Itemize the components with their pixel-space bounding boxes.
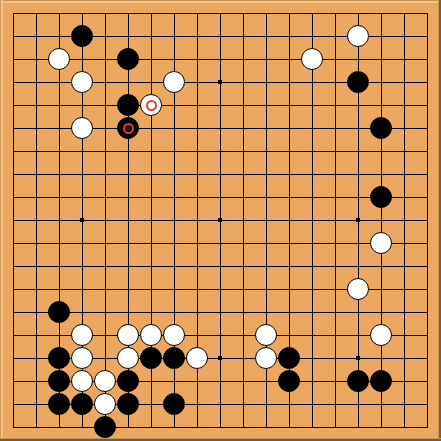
intersection-10-7[interactable] <box>209 140 232 163</box>
intersection-17-17[interactable] <box>370 370 393 393</box>
intersection-14-6[interactable] <box>301 117 324 140</box>
intersection-10-19[interactable] <box>209 416 232 439</box>
intersection-1-16[interactable] <box>2 347 25 370</box>
intersection-6-9[interactable] <box>117 186 140 209</box>
intersection-6-5[interactable] <box>117 94 140 117</box>
intersection-13-12[interactable] <box>278 255 301 278</box>
intersection-7-15[interactable] <box>140 324 163 347</box>
intersection-8-4[interactable] <box>163 71 186 94</box>
intersection-19-14[interactable] <box>416 301 439 324</box>
intersection-9-16[interactable] <box>186 347 209 370</box>
intersection-2-12[interactable] <box>25 255 48 278</box>
intersection-13-8[interactable] <box>278 163 301 186</box>
intersection-18-10[interactable] <box>393 209 416 232</box>
intersection-6-7[interactable] <box>117 140 140 163</box>
intersection-17-12[interactable] <box>370 255 393 278</box>
intersection-10-11[interactable] <box>209 232 232 255</box>
intersection-18-19[interactable] <box>393 416 416 439</box>
intersection-16-2[interactable] <box>347 25 370 48</box>
intersection-17-18[interactable] <box>370 393 393 416</box>
intersection-17-13[interactable] <box>370 278 393 301</box>
intersection-2-9[interactable] <box>25 186 48 209</box>
intersection-11-15[interactable] <box>232 324 255 347</box>
intersection-9-3[interactable] <box>186 48 209 71</box>
intersection-11-13[interactable] <box>232 278 255 301</box>
intersection-1-11[interactable] <box>2 232 25 255</box>
intersection-17-16[interactable] <box>370 347 393 370</box>
intersection-9-18[interactable] <box>186 393 209 416</box>
intersection-13-2[interactable] <box>278 25 301 48</box>
intersection-4-3[interactable] <box>71 48 94 71</box>
intersection-5-18[interactable] <box>94 393 117 416</box>
intersection-1-6[interactable] <box>2 117 25 140</box>
intersection-15-8[interactable] <box>324 163 347 186</box>
intersection-9-12[interactable] <box>186 255 209 278</box>
intersection-11-14[interactable] <box>232 301 255 324</box>
intersection-6-2[interactable] <box>117 25 140 48</box>
intersection-11-18[interactable] <box>232 393 255 416</box>
intersection-8-3[interactable] <box>163 48 186 71</box>
intersection-5-10[interactable] <box>94 209 117 232</box>
intersection-1-4[interactable] <box>2 71 25 94</box>
intersection-1-17[interactable] <box>2 370 25 393</box>
intersection-15-7[interactable] <box>324 140 347 163</box>
intersection-16-19[interactable] <box>347 416 370 439</box>
intersection-16-8[interactable] <box>347 163 370 186</box>
intersection-9-4[interactable] <box>186 71 209 94</box>
intersection-13-15[interactable] <box>278 324 301 347</box>
intersection-19-18[interactable] <box>416 393 439 416</box>
intersection-17-19[interactable] <box>370 416 393 439</box>
intersection-8-18[interactable] <box>163 393 186 416</box>
intersection-5-4[interactable] <box>94 71 117 94</box>
intersection-16-18[interactable] <box>347 393 370 416</box>
intersection-17-1[interactable] <box>370 2 393 25</box>
intersection-3-9[interactable] <box>48 186 71 209</box>
intersection-13-18[interactable] <box>278 393 301 416</box>
intersection-18-3[interactable] <box>393 48 416 71</box>
intersection-7-5[interactable] <box>140 94 163 117</box>
intersection-8-6[interactable] <box>163 117 186 140</box>
intersection-15-17[interactable] <box>324 370 347 393</box>
intersection-16-1[interactable] <box>347 2 370 25</box>
intersection-13-5[interactable] <box>278 94 301 117</box>
intersection-15-2[interactable] <box>324 25 347 48</box>
intersection-6-10[interactable] <box>117 209 140 232</box>
intersection-7-8[interactable] <box>140 163 163 186</box>
intersection-12-7[interactable] <box>255 140 278 163</box>
intersection-6-14[interactable] <box>117 301 140 324</box>
intersection-15-11[interactable] <box>324 232 347 255</box>
intersection-11-6[interactable] <box>232 117 255 140</box>
intersection-9-19[interactable] <box>186 416 209 439</box>
intersection-11-10[interactable] <box>232 209 255 232</box>
intersection-15-13[interactable] <box>324 278 347 301</box>
intersection-2-1[interactable] <box>25 2 48 25</box>
intersection-9-10[interactable] <box>186 209 209 232</box>
intersection-7-2[interactable] <box>140 25 163 48</box>
intersection-5-1[interactable] <box>94 2 117 25</box>
intersection-2-6[interactable] <box>25 117 48 140</box>
intersection-10-8[interactable] <box>209 163 232 186</box>
intersection-14-17[interactable] <box>301 370 324 393</box>
intersection-6-18[interactable] <box>117 393 140 416</box>
intersection-3-5[interactable] <box>48 94 71 117</box>
intersection-13-17[interactable] <box>278 370 301 393</box>
intersection-4-2[interactable] <box>71 25 94 48</box>
intersection-18-14[interactable] <box>393 301 416 324</box>
intersection-10-4[interactable] <box>209 71 232 94</box>
intersection-10-6[interactable] <box>209 117 232 140</box>
intersection-16-11[interactable] <box>347 232 370 255</box>
intersection-1-14[interactable] <box>2 301 25 324</box>
intersection-8-5[interactable] <box>163 94 186 117</box>
intersection-17-10[interactable] <box>370 209 393 232</box>
intersection-14-8[interactable] <box>301 163 324 186</box>
intersection-18-11[interactable] <box>393 232 416 255</box>
intersection-14-7[interactable] <box>301 140 324 163</box>
intersection-7-19[interactable] <box>140 416 163 439</box>
intersection-10-1[interactable] <box>209 2 232 25</box>
intersection-4-18[interactable] <box>71 393 94 416</box>
intersection-6-12[interactable] <box>117 255 140 278</box>
intersection-1-7[interactable] <box>2 140 25 163</box>
intersection-11-3[interactable] <box>232 48 255 71</box>
intersection-8-11[interactable] <box>163 232 186 255</box>
intersection-15-1[interactable] <box>324 2 347 25</box>
intersection-5-19[interactable] <box>94 416 117 439</box>
intersection-14-12[interactable] <box>301 255 324 278</box>
intersection-2-4[interactable] <box>25 71 48 94</box>
intersection-9-11[interactable] <box>186 232 209 255</box>
intersection-12-2[interactable] <box>255 25 278 48</box>
intersection-18-7[interactable] <box>393 140 416 163</box>
intersection-19-6[interactable] <box>416 117 439 140</box>
intersection-15-16[interactable] <box>324 347 347 370</box>
intersection-15-4[interactable] <box>324 71 347 94</box>
intersection-19-9[interactable] <box>416 186 439 209</box>
intersection-7-14[interactable] <box>140 301 163 324</box>
intersection-10-2[interactable] <box>209 25 232 48</box>
intersection-18-4[interactable] <box>393 71 416 94</box>
intersection-8-1[interactable] <box>163 2 186 25</box>
intersection-10-3[interactable] <box>209 48 232 71</box>
intersection-15-18[interactable] <box>324 393 347 416</box>
intersection-2-13[interactable] <box>25 278 48 301</box>
intersection-11-5[interactable] <box>232 94 255 117</box>
intersection-12-5[interactable] <box>255 94 278 117</box>
intersection-19-1[interactable] <box>416 2 439 25</box>
intersection-3-4[interactable] <box>48 71 71 94</box>
intersection-12-10[interactable] <box>255 209 278 232</box>
intersection-18-5[interactable] <box>393 94 416 117</box>
intersection-14-10[interactable] <box>301 209 324 232</box>
intersection-9-2[interactable] <box>186 25 209 48</box>
intersection-18-1[interactable] <box>393 2 416 25</box>
intersection-11-9[interactable] <box>232 186 255 209</box>
intersection-1-3[interactable] <box>2 48 25 71</box>
intersection-5-13[interactable] <box>94 278 117 301</box>
intersection-13-4[interactable] <box>278 71 301 94</box>
intersection-13-6[interactable] <box>278 117 301 140</box>
intersection-11-19[interactable] <box>232 416 255 439</box>
intersection-5-17[interactable] <box>94 370 117 393</box>
intersection-8-14[interactable] <box>163 301 186 324</box>
intersection-6-4[interactable] <box>117 71 140 94</box>
intersection-17-11[interactable] <box>370 232 393 255</box>
intersection-10-5[interactable] <box>209 94 232 117</box>
intersection-16-12[interactable] <box>347 255 370 278</box>
intersection-9-9[interactable] <box>186 186 209 209</box>
intersection-3-14[interactable] <box>48 301 71 324</box>
intersection-6-19[interactable] <box>117 416 140 439</box>
intersection-15-9[interactable] <box>324 186 347 209</box>
intersection-1-5[interactable] <box>2 94 25 117</box>
intersection-12-19[interactable] <box>255 416 278 439</box>
intersection-19-5[interactable] <box>416 94 439 117</box>
intersection-3-10[interactable] <box>48 209 71 232</box>
intersection-7-17[interactable] <box>140 370 163 393</box>
intersection-3-1[interactable] <box>48 2 71 25</box>
intersection-17-8[interactable] <box>370 163 393 186</box>
intersection-12-1[interactable] <box>255 2 278 25</box>
intersection-5-8[interactable] <box>94 163 117 186</box>
intersection-19-12[interactable] <box>416 255 439 278</box>
intersection-7-6[interactable] <box>140 117 163 140</box>
intersection-19-7[interactable] <box>416 140 439 163</box>
intersection-13-16[interactable] <box>278 347 301 370</box>
intersection-2-5[interactable] <box>25 94 48 117</box>
intersection-17-5[interactable] <box>370 94 393 117</box>
intersection-6-6[interactable] <box>117 117 140 140</box>
intersection-11-17[interactable] <box>232 370 255 393</box>
intersection-7-1[interactable] <box>140 2 163 25</box>
intersection-15-6[interactable] <box>324 117 347 140</box>
intersection-14-13[interactable] <box>301 278 324 301</box>
intersection-19-13[interactable] <box>416 278 439 301</box>
intersection-16-6[interactable] <box>347 117 370 140</box>
intersection-16-17[interactable] <box>347 370 370 393</box>
intersection-19-11[interactable] <box>416 232 439 255</box>
intersection-7-12[interactable] <box>140 255 163 278</box>
intersection-14-18[interactable] <box>301 393 324 416</box>
intersection-12-13[interactable] <box>255 278 278 301</box>
intersection-4-1[interactable] <box>71 2 94 25</box>
intersection-16-9[interactable] <box>347 186 370 209</box>
intersection-10-15[interactable] <box>209 324 232 347</box>
intersection-9-1[interactable] <box>186 2 209 25</box>
intersection-11-11[interactable] <box>232 232 255 255</box>
intersection-16-14[interactable] <box>347 301 370 324</box>
intersection-4-6[interactable] <box>71 117 94 140</box>
intersection-17-3[interactable] <box>370 48 393 71</box>
intersection-2-19[interactable] <box>25 416 48 439</box>
intersection-12-16[interactable] <box>255 347 278 370</box>
intersection-16-16[interactable] <box>347 347 370 370</box>
intersection-6-13[interactable] <box>117 278 140 301</box>
intersection-2-3[interactable] <box>25 48 48 71</box>
intersection-1-2[interactable] <box>2 25 25 48</box>
intersection-10-16[interactable] <box>209 347 232 370</box>
intersection-19-4[interactable] <box>416 71 439 94</box>
intersection-12-3[interactable] <box>255 48 278 71</box>
intersection-12-9[interactable] <box>255 186 278 209</box>
intersection-6-11[interactable] <box>117 232 140 255</box>
intersection-14-16[interactable] <box>301 347 324 370</box>
intersection-18-16[interactable] <box>393 347 416 370</box>
intersection-1-9[interactable] <box>2 186 25 209</box>
intersection-5-16[interactable] <box>94 347 117 370</box>
intersection-8-12[interactable] <box>163 255 186 278</box>
intersection-2-10[interactable] <box>25 209 48 232</box>
intersection-2-15[interactable] <box>25 324 48 347</box>
intersection-3-8[interactable] <box>48 163 71 186</box>
intersection-16-7[interactable] <box>347 140 370 163</box>
intersection-13-14[interactable] <box>278 301 301 324</box>
intersection-15-12[interactable] <box>324 255 347 278</box>
intersection-9-14[interactable] <box>186 301 209 324</box>
intersection-8-15[interactable] <box>163 324 186 347</box>
intersection-19-16[interactable] <box>416 347 439 370</box>
intersection-7-18[interactable] <box>140 393 163 416</box>
intersection-9-6[interactable] <box>186 117 209 140</box>
intersection-6-3[interactable] <box>117 48 140 71</box>
intersection-7-7[interactable] <box>140 140 163 163</box>
intersection-4-12[interactable] <box>71 255 94 278</box>
intersection-8-2[interactable] <box>163 25 186 48</box>
intersection-12-4[interactable] <box>255 71 278 94</box>
intersection-15-3[interactable] <box>324 48 347 71</box>
intersection-17-2[interactable] <box>370 25 393 48</box>
intersection-7-11[interactable] <box>140 232 163 255</box>
intersection-8-10[interactable] <box>163 209 186 232</box>
intersection-8-9[interactable] <box>163 186 186 209</box>
intersection-4-19[interactable] <box>71 416 94 439</box>
intersection-3-19[interactable] <box>48 416 71 439</box>
intersection-15-5[interactable] <box>324 94 347 117</box>
intersection-4-7[interactable] <box>71 140 94 163</box>
intersection-19-8[interactable] <box>416 163 439 186</box>
intersection-4-8[interactable] <box>71 163 94 186</box>
intersection-7-3[interactable] <box>140 48 163 71</box>
intersection-16-15[interactable] <box>347 324 370 347</box>
intersection-4-14[interactable] <box>71 301 94 324</box>
intersection-15-14[interactable] <box>324 301 347 324</box>
intersection-12-17[interactable] <box>255 370 278 393</box>
intersection-9-13[interactable] <box>186 278 209 301</box>
intersection-14-1[interactable] <box>301 2 324 25</box>
intersection-2-8[interactable] <box>25 163 48 186</box>
intersection-14-11[interactable] <box>301 232 324 255</box>
intersection-6-8[interactable] <box>117 163 140 186</box>
intersection-4-15[interactable] <box>71 324 94 347</box>
intersection-14-9[interactable] <box>301 186 324 209</box>
intersection-12-11[interactable] <box>255 232 278 255</box>
intersection-5-6[interactable] <box>94 117 117 140</box>
intersection-3-7[interactable] <box>48 140 71 163</box>
intersection-1-10[interactable] <box>2 209 25 232</box>
intersection-12-18[interactable] <box>255 393 278 416</box>
intersection-13-7[interactable] <box>278 140 301 163</box>
intersection-19-17[interactable] <box>416 370 439 393</box>
intersection-2-14[interactable] <box>25 301 48 324</box>
intersection-15-19[interactable] <box>324 416 347 439</box>
intersection-3-17[interactable] <box>48 370 71 393</box>
intersection-19-10[interactable] <box>416 209 439 232</box>
intersection-13-9[interactable] <box>278 186 301 209</box>
intersection-16-10[interactable] <box>347 209 370 232</box>
intersection-1-19[interactable] <box>2 416 25 439</box>
intersection-14-3[interactable] <box>301 48 324 71</box>
intersection-6-17[interactable] <box>117 370 140 393</box>
intersection-9-5[interactable] <box>186 94 209 117</box>
intersection-5-2[interactable] <box>94 25 117 48</box>
intersection-5-15[interactable] <box>94 324 117 347</box>
intersection-14-2[interactable] <box>301 25 324 48</box>
intersection-4-17[interactable] <box>71 370 94 393</box>
intersection-5-9[interactable] <box>94 186 117 209</box>
intersection-5-14[interactable] <box>94 301 117 324</box>
intersection-5-12[interactable] <box>94 255 117 278</box>
intersection-16-4[interactable] <box>347 71 370 94</box>
intersection-16-3[interactable] <box>347 48 370 71</box>
intersection-13-3[interactable] <box>278 48 301 71</box>
intersection-4-9[interactable] <box>71 186 94 209</box>
intersection-17-4[interactable] <box>370 71 393 94</box>
intersection-3-18[interactable] <box>48 393 71 416</box>
intersection-10-13[interactable] <box>209 278 232 301</box>
intersection-17-9[interactable] <box>370 186 393 209</box>
intersection-10-10[interactable] <box>209 209 232 232</box>
intersection-7-4[interactable] <box>140 71 163 94</box>
intersection-4-11[interactable] <box>71 232 94 255</box>
intersection-11-7[interactable] <box>232 140 255 163</box>
intersection-14-19[interactable] <box>301 416 324 439</box>
intersection-19-3[interactable] <box>416 48 439 71</box>
intersection-12-12[interactable] <box>255 255 278 278</box>
intersection-2-16[interactable] <box>25 347 48 370</box>
intersection-18-15[interactable] <box>393 324 416 347</box>
intersection-2-17[interactable] <box>25 370 48 393</box>
intersection-2-7[interactable] <box>25 140 48 163</box>
intersection-17-14[interactable] <box>370 301 393 324</box>
intersection-8-19[interactable] <box>163 416 186 439</box>
intersection-7-13[interactable] <box>140 278 163 301</box>
intersection-3-12[interactable] <box>48 255 71 278</box>
intersection-6-1[interactable] <box>117 2 140 25</box>
intersection-15-10[interactable] <box>324 209 347 232</box>
intersection-2-11[interactable] <box>25 232 48 255</box>
intersection-18-6[interactable] <box>393 117 416 140</box>
intersection-12-8[interactable] <box>255 163 278 186</box>
intersection-12-6[interactable] <box>255 117 278 140</box>
intersection-3-2[interactable] <box>48 25 71 48</box>
intersection-13-11[interactable] <box>278 232 301 255</box>
intersection-9-17[interactable] <box>186 370 209 393</box>
intersection-11-12[interactable] <box>232 255 255 278</box>
intersection-11-4[interactable] <box>232 71 255 94</box>
intersection-9-7[interactable] <box>186 140 209 163</box>
intersection-3-13[interactable] <box>48 278 71 301</box>
intersection-4-5[interactable] <box>71 94 94 117</box>
intersection-7-10[interactable] <box>140 209 163 232</box>
intersection-9-15[interactable] <box>186 324 209 347</box>
intersection-17-15[interactable] <box>370 324 393 347</box>
intersection-4-16[interactable] <box>71 347 94 370</box>
intersection-6-16[interactable] <box>117 347 140 370</box>
intersection-1-1[interactable] <box>2 2 25 25</box>
intersection-17-7[interactable] <box>370 140 393 163</box>
